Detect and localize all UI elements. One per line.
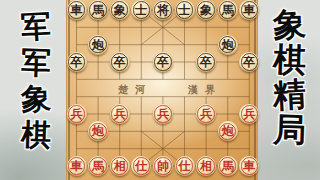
- calligraphy-char: 棋: [272, 43, 306, 77]
- piece-character: 卒: [157, 55, 169, 67]
- piece-red-炮-f2r8[interactable]: 炮: [88, 121, 108, 141]
- piece-character: 炮: [222, 125, 234, 137]
- piece-character: 象: [200, 4, 212, 16]
- right-title-calligraphy: 象棋精局: [260, 0, 318, 180]
- piece-red-相-f7r10[interactable]: 相: [196, 156, 216, 176]
- piece-character: 馬: [92, 159, 104, 171]
- piece-black-卒-f1r4[interactable]: 卒: [67, 52, 87, 72]
- xiangqi-board: 楚河 漢界 車馬象士将士象馬車炮炮卒卒卒卒卒兵兵兵兵兵炮炮車馬相仕帥仕相馬車: [66, 0, 258, 180]
- piece-character: 相: [200, 159, 212, 171]
- piece-black-将-f5r1[interactable]: 将: [153, 0, 173, 20]
- piece-character: 兵: [200, 107, 212, 119]
- piece-character: 卒: [243, 55, 255, 67]
- piece-character: 炮: [92, 38, 104, 50]
- piece-black-炮-f2r3[interactable]: 炮: [88, 35, 108, 55]
- piece-character: 卒: [114, 55, 126, 67]
- calligraphy-char: 局: [272, 113, 306, 147]
- piece-black-象-f3r1[interactable]: 象: [110, 0, 130, 20]
- piece-black-卒-f9r4[interactable]: 卒: [239, 52, 259, 72]
- piece-character: 車: [243, 159, 255, 171]
- piece-red-仕-f6r10[interactable]: 仕: [175, 156, 195, 176]
- piece-black-車-f9r1[interactable]: 車: [239, 0, 259, 20]
- piece-character: 帥: [157, 159, 169, 171]
- piece-character: 馬: [222, 159, 234, 171]
- piece-black-炮-f8r3[interactable]: 炮: [218, 35, 238, 55]
- piece-red-馬-f8r10[interactable]: 馬: [218, 156, 238, 176]
- piece-character: 車: [71, 159, 83, 171]
- piece-character: 象: [114, 4, 126, 16]
- piece-red-兵-f9r7[interactable]: 兵: [239, 104, 259, 124]
- piece-black-象-f7r1[interactable]: 象: [196, 0, 216, 20]
- calligraphy-char: 精: [272, 78, 307, 113]
- piece-red-車-f1r10[interactable]: 車: [67, 156, 87, 176]
- piece-character: 仕: [179, 159, 191, 171]
- piece-character: 仕: [135, 159, 147, 171]
- left-title-calligraphy: 军军象棋: [8, 0, 64, 180]
- piece-red-馬-f2r10[interactable]: 馬: [88, 156, 108, 176]
- piece-black-卒-f5r4[interactable]: 卒: [153, 52, 173, 72]
- piece-red-車-f9r10[interactable]: 車: [239, 156, 259, 176]
- calligraphy-char: 象: [20, 83, 52, 115]
- piece-character: 卒: [71, 55, 83, 67]
- piece-character: 兵: [71, 107, 83, 119]
- calligraphy-char: 军: [20, 11, 52, 43]
- piece-character: 馬: [92, 4, 104, 16]
- piece-character: 士: [179, 4, 191, 16]
- calligraphy-char: 军: [20, 47, 51, 78]
- piece-character: 炮: [92, 125, 104, 137]
- piece-black-卒-f3r4[interactable]: 卒: [110, 52, 130, 72]
- piece-black-士-f6r1[interactable]: 士: [175, 0, 195, 20]
- piece-character: 兵: [243, 107, 255, 119]
- piece-red-兵-f3r7[interactable]: 兵: [110, 104, 130, 124]
- piece-red-炮-f8r8[interactable]: 炮: [218, 121, 238, 141]
- piece-character: 炮: [222, 38, 234, 50]
- piece-red-帥-f5r10[interactable]: 帥: [153, 156, 173, 176]
- piece-red-兵-f5r7[interactable]: 兵: [153, 104, 173, 124]
- piece-red-兵-f7r7[interactable]: 兵: [196, 104, 216, 124]
- pieces-layer: 車馬象士将士象馬車炮炮卒卒卒卒卒兵兵兵兵兵炮炮車馬相仕帥仕相馬車: [66, 0, 258, 180]
- calligraphy-char: 象: [272, 8, 307, 43]
- piece-character: 馬: [222, 4, 234, 16]
- piece-character: 卒: [200, 55, 212, 67]
- piece-red-兵-f1r7[interactable]: 兵: [67, 104, 87, 124]
- calligraphy-char: 棋: [20, 119, 51, 150]
- piece-character: 兵: [157, 107, 169, 119]
- piece-character: 車: [71, 4, 83, 16]
- piece-black-卒-f7r4[interactable]: 卒: [196, 52, 216, 72]
- piece-red-相-f3r10[interactable]: 相: [110, 156, 130, 176]
- piece-black-馬-f2r1[interactable]: 馬: [88, 0, 108, 20]
- piece-black-士-f4r1[interactable]: 士: [131, 0, 151, 20]
- piece-character: 相: [114, 159, 126, 171]
- piece-character: 車: [243, 4, 255, 16]
- piece-black-車-f1r1[interactable]: 車: [67, 0, 87, 20]
- piece-black-馬-f8r1[interactable]: 馬: [218, 0, 238, 20]
- piece-character: 兵: [114, 107, 126, 119]
- piece-character: 士: [135, 4, 147, 16]
- video-frame: 军军象棋 楚河 漢界 車馬象士将士象馬車炮炮卒卒卒卒卒兵兵兵兵兵炮炮車馬相仕帥仕…: [0, 0, 320, 180]
- piece-character: 将: [157, 4, 169, 16]
- piece-red-仕-f4r10[interactable]: 仕: [131, 156, 151, 176]
